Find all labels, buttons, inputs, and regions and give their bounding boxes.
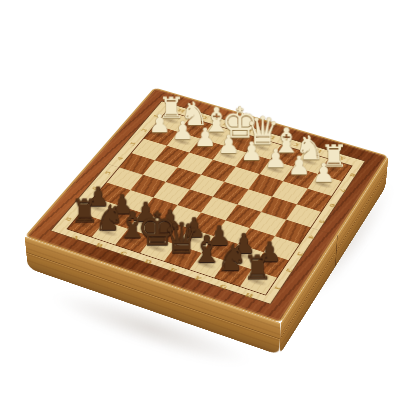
board-top: AABBCCDDEEFFGGHH1122334455667788 ♜♞♝♚♛♝♞… — [25, 87, 389, 323]
chess-set-product-photo: AABBCCDDEEFFGGHH1122334455667788 ♜♞♝♚♛♝♞… — [0, 0, 416, 416]
chess-piece-glyph: ♜ — [243, 252, 273, 282]
box-fold-seam — [335, 234, 338, 267]
scene: AABBCCDDEEFFGGHH1122334455667788 ♜♞♝♚♛♝♞… — [0, 0, 416, 416]
dark-rook-h1: ♜ — [230, 227, 285, 282]
folding-chess-box: AABBCCDDEEFFGGHH1122334455667788 ♜♞♝♚♛♝♞… — [25, 87, 389, 323]
chess-piece-glyph: ♟ — [312, 162, 335, 186]
